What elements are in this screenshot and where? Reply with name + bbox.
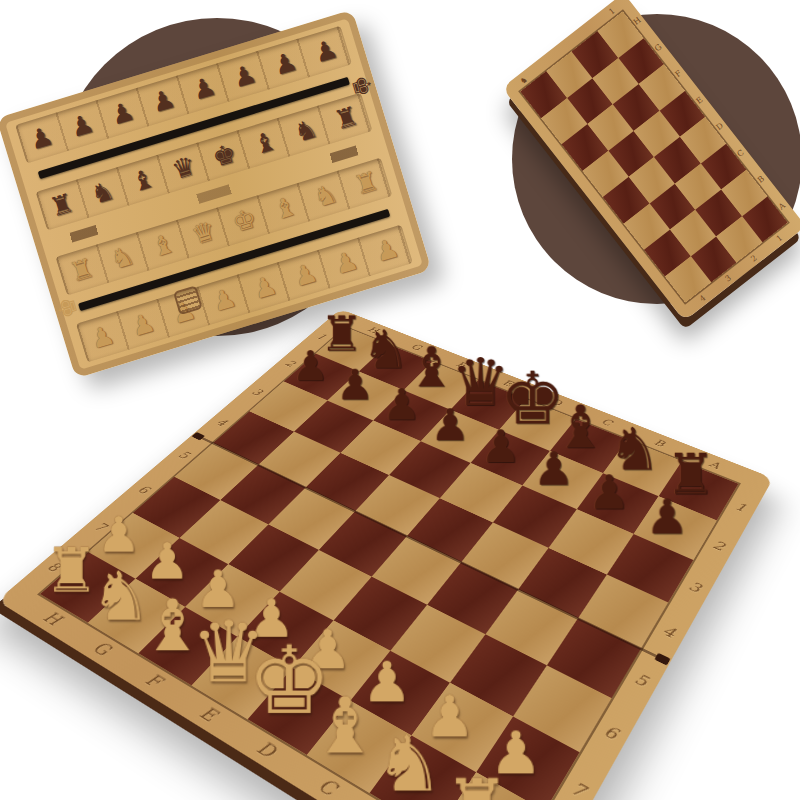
piece-light-rook: ♜ (38, 540, 105, 601)
chessboard: HGFEDCBA HGFEDCBA 12345678 12345678 ♜♞♝♛… (0, 309, 773, 800)
piece-light-pawn: ♟ (87, 510, 151, 559)
product-photo: ♚ ♚ ♟♟♟♟♟♟♟♟♜♞♝♛♚♝♞♜♜♞♝♛♚♝♞♜♟♟♟♟♟♟♟♟ HGF… (0, 0, 800, 800)
piece-dark-rook: ♜ (316, 310, 369, 358)
piece-dark-bishop: ♝ (551, 397, 609, 456)
board-grid: ♜♞♝♛♚♝♞♜♟♟♟♟♟♟♟♟♟♟♟♟♟♟♟♟♜♞♝♛♚♝♞♜ (40, 327, 738, 800)
chessboard-scene: HGFEDCBA HGFEDCBA 12345678 12345678 ♜♞♝♛… (0, 0, 800, 800)
